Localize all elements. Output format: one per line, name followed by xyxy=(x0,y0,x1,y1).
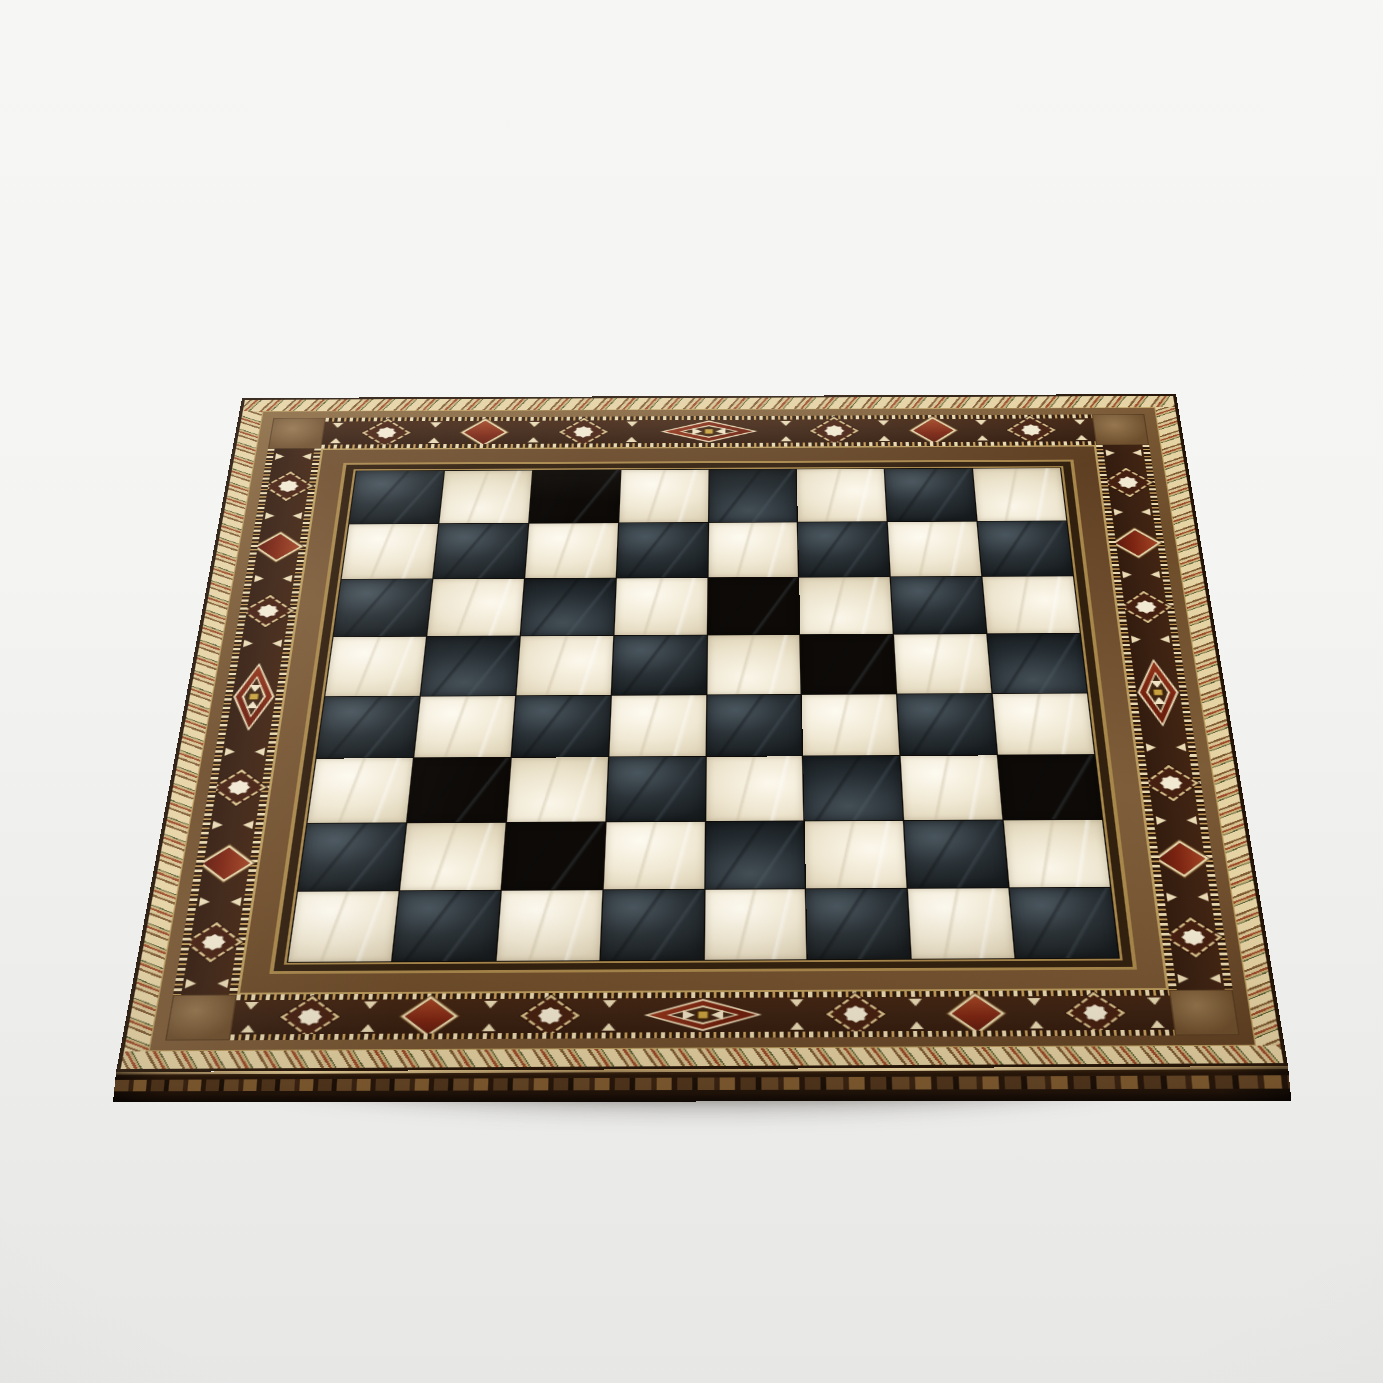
triangle-down-icon xyxy=(780,421,791,426)
pearl-star-icon xyxy=(1123,593,1169,621)
pearl-star-icon xyxy=(1147,768,1196,799)
walnut-corner-top-left xyxy=(268,418,326,449)
triangle-down-icon xyxy=(1028,998,1042,1006)
triangle-down-icon xyxy=(364,1001,378,1009)
square-d2[interactable] xyxy=(603,822,704,889)
square-a2[interactable] xyxy=(298,823,406,890)
triangle-up-icon xyxy=(790,1022,804,1030)
square-h4[interactable] xyxy=(993,693,1094,755)
square-g2[interactable] xyxy=(904,821,1008,888)
triangle-down-icon xyxy=(878,420,889,425)
red-diamond-icon xyxy=(402,999,456,1033)
triangle-pair-inlay xyxy=(1073,419,1089,441)
front-edge-inlay-strip xyxy=(114,1075,1290,1091)
square-e7[interactable] xyxy=(708,522,798,577)
square-c7[interactable] xyxy=(525,523,618,578)
square-a5[interactable] xyxy=(325,636,426,695)
triangle-pair-inlay xyxy=(907,998,925,1030)
triangle-pair-inlay xyxy=(1130,635,1172,644)
pearl-star-icon xyxy=(363,421,408,444)
triangle-down-icon xyxy=(430,422,442,427)
triangle-down-icon xyxy=(230,898,242,907)
triangle-pair-inlay xyxy=(1146,997,1166,1029)
triangle-pair-inlay xyxy=(1104,449,1143,457)
triangle-pair-inlay xyxy=(1176,973,1223,984)
square-g7[interactable] xyxy=(888,522,981,577)
square-e6[interactable] xyxy=(707,577,799,634)
triangle-up-icon xyxy=(185,979,197,988)
triangle-down-icon xyxy=(1150,571,1160,578)
triangle-pair-inlay xyxy=(253,574,294,583)
triangle-up-icon xyxy=(1177,974,1189,983)
triangle-up-icon xyxy=(482,1024,496,1032)
triangle-pair-inlay xyxy=(1165,892,1210,903)
triangle-up-icon xyxy=(1030,1021,1044,1029)
triangle-down-icon xyxy=(1197,893,1209,902)
triangle-down-icon xyxy=(1147,997,1161,1005)
triangle-up-icon xyxy=(199,898,211,907)
square-b5[interactable] xyxy=(421,636,520,695)
triangle-pair-inlay xyxy=(328,422,344,444)
square-f8[interactable] xyxy=(797,469,887,522)
triangle-up-icon xyxy=(429,438,441,443)
square-d4[interactable] xyxy=(609,695,706,757)
triangle-up-icon xyxy=(1146,743,1157,751)
square-b7[interactable] xyxy=(433,524,528,579)
square-h7[interactable] xyxy=(978,521,1073,576)
walnut-corner-top-right xyxy=(1092,414,1149,445)
square-b6[interactable] xyxy=(427,579,524,636)
triangle-pair-inlay xyxy=(1121,570,1162,579)
eye-medallion-icon xyxy=(226,663,281,731)
red-diamond-icon xyxy=(911,419,954,442)
triangle-down-icon xyxy=(332,423,344,428)
pearl-star-icon xyxy=(523,999,576,1033)
square-a7[interactable] xyxy=(342,524,438,579)
pearl-star-icon xyxy=(266,473,311,499)
triangle-pair-inlay xyxy=(211,820,256,830)
checkerboard-inner-frame xyxy=(284,466,1123,964)
square-d6[interactable] xyxy=(614,578,707,635)
triangle-pair-inlay xyxy=(1112,508,1152,516)
pearl-star-icon xyxy=(1106,470,1150,495)
triangle-pair-inlay xyxy=(601,999,618,1031)
triangle-pair-inlay xyxy=(223,747,266,757)
triangle-up-icon xyxy=(626,437,637,442)
chessboard xyxy=(116,394,1288,1072)
square-e4[interactable] xyxy=(706,694,802,756)
square-f1[interactable] xyxy=(807,889,911,959)
square-f7[interactable] xyxy=(798,522,890,577)
square-g1[interactable] xyxy=(908,888,1014,958)
triangle-down-icon xyxy=(483,1001,497,1009)
square-h2[interactable] xyxy=(1004,820,1110,887)
triangle-pair-inlay xyxy=(239,1001,260,1033)
triangle-up-icon xyxy=(212,821,224,829)
square-a6[interactable] xyxy=(334,579,432,636)
triangle-pair-inlay xyxy=(625,421,639,443)
square-c5[interactable] xyxy=(516,636,613,695)
square-d1[interactable] xyxy=(600,890,703,960)
triangle-down-icon xyxy=(627,421,638,426)
triangle-up-icon xyxy=(1131,636,1142,643)
square-f3[interactable] xyxy=(804,756,904,821)
triangle-down-icon xyxy=(242,821,253,829)
red-diamond-icon xyxy=(1157,842,1208,875)
triangle-down-icon xyxy=(1132,450,1142,457)
square-c2[interactable] xyxy=(502,823,605,890)
red-diamond-icon xyxy=(255,534,301,561)
square-h1[interactable] xyxy=(1010,888,1119,958)
triangle-up-icon xyxy=(879,436,890,441)
pearl-star-icon xyxy=(1069,996,1124,1030)
triangle-down-icon xyxy=(1209,974,1221,983)
square-h5[interactable] xyxy=(988,633,1087,692)
square-a1[interactable] xyxy=(288,891,398,962)
square-d8[interactable] xyxy=(619,470,708,523)
red-diamond-icon xyxy=(1114,530,1159,557)
triangle-up-icon xyxy=(1166,893,1178,902)
triangle-down-icon xyxy=(282,575,292,582)
square-e8[interactable] xyxy=(709,469,798,522)
triangle-down-icon xyxy=(217,979,229,988)
square-a3[interactable] xyxy=(308,758,413,823)
triangle-down-icon xyxy=(909,999,923,1007)
square-d3[interactable] xyxy=(606,757,705,822)
square-b3[interactable] xyxy=(407,758,510,823)
triangle-up-icon xyxy=(780,436,791,441)
triangle-pair-inlay xyxy=(480,1000,499,1032)
square-b1[interactable] xyxy=(392,891,500,962)
pearl-star-icon xyxy=(561,420,604,443)
pearl-star-icon xyxy=(1167,920,1219,955)
triangle-down-icon xyxy=(1159,636,1170,643)
square-b2[interactable] xyxy=(400,823,505,890)
pearl-star-icon xyxy=(830,997,882,1031)
checkerboard-grid xyxy=(287,468,1120,963)
triangle-down-icon xyxy=(1175,743,1186,751)
square-a8[interactable] xyxy=(349,471,443,524)
red-diamond-icon xyxy=(201,847,252,880)
eye-medallion-icon xyxy=(1132,659,1185,727)
triangle-pair-inlay xyxy=(360,1000,380,1032)
triangle-up-icon xyxy=(977,435,989,440)
pearl-star-icon xyxy=(1009,418,1053,441)
walnut-corner-bottom-right xyxy=(1169,990,1240,1036)
checkerboard-frame xyxy=(269,460,1137,974)
square-f2[interactable] xyxy=(805,821,907,888)
square-g6[interactable] xyxy=(891,577,986,634)
square-e5[interactable] xyxy=(707,635,801,694)
triangle-pair-inlay xyxy=(183,978,230,989)
triangle-up-icon xyxy=(602,1023,616,1031)
triangle-down-icon xyxy=(302,453,312,460)
triangle-pair-inlay xyxy=(242,639,284,648)
triangle-pair-inlay xyxy=(788,998,805,1030)
triangle-up-icon xyxy=(910,1021,924,1029)
square-g8[interactable] xyxy=(885,469,976,522)
triangle-pair-inlay xyxy=(263,512,303,520)
triangle-down-icon xyxy=(789,999,802,1007)
triangle-pair-inlay xyxy=(975,419,990,441)
triangle-pair-inlay xyxy=(1026,997,1045,1029)
triangle-down-icon xyxy=(1186,816,1197,824)
square-c4[interactable] xyxy=(511,695,610,757)
square-g5[interactable] xyxy=(894,634,991,693)
triangle-down-icon xyxy=(1074,420,1086,425)
triangle-pair-inlay xyxy=(1144,742,1187,752)
square-c8[interactable] xyxy=(529,470,620,523)
triangle-up-icon xyxy=(361,1024,375,1032)
square-e2[interactable] xyxy=(705,822,805,889)
triangle-up-icon xyxy=(224,747,235,755)
triangle-pair-inlay xyxy=(274,452,313,460)
triangle-pair-inlay xyxy=(779,420,793,442)
triangle-down-icon xyxy=(254,747,265,755)
triangle-up-icon xyxy=(1105,450,1115,457)
pearl-star-icon xyxy=(282,1000,337,1035)
triangle-up-icon xyxy=(1114,509,1124,516)
triangle-up-icon xyxy=(241,1025,256,1033)
triangle-down-icon xyxy=(271,640,282,648)
square-h8[interactable] xyxy=(973,468,1066,521)
walnut-corner-bottom-left xyxy=(165,995,237,1041)
triangle-up-icon xyxy=(330,438,342,443)
pearl-star-icon xyxy=(214,772,264,803)
square-h6[interactable] xyxy=(983,576,1080,633)
photo-backdrop xyxy=(0,0,1383,1383)
triangle-up-icon xyxy=(265,513,275,520)
triangle-down-icon xyxy=(292,513,302,520)
triangle-down-icon xyxy=(603,1000,617,1008)
triangle-down-icon xyxy=(976,420,987,425)
square-b8[interactable] xyxy=(439,470,532,523)
square-c3[interactable] xyxy=(507,758,608,823)
triangle-pair-inlay xyxy=(526,421,541,443)
square-b4[interactable] xyxy=(414,696,515,758)
square-a4[interactable] xyxy=(317,696,420,758)
square-f5[interactable] xyxy=(801,634,896,693)
square-e1[interactable] xyxy=(704,889,807,959)
triangle-up-icon xyxy=(527,437,538,442)
triangle-pair-inlay xyxy=(197,897,243,908)
square-f6[interactable] xyxy=(800,577,893,634)
pearl-star-icon xyxy=(813,419,856,442)
triangle-up-icon xyxy=(1122,571,1132,578)
square-c6[interactable] xyxy=(521,578,616,635)
square-g4[interactable] xyxy=(898,694,997,756)
mosaic-band-top xyxy=(321,414,1096,448)
pearl-star-icon xyxy=(244,597,291,625)
mosaic-band-bottom xyxy=(230,990,1175,1040)
triangle-pair-inlay xyxy=(1154,815,1198,825)
eye-medallion-icon xyxy=(643,998,762,1033)
triangle-up-icon xyxy=(1076,435,1088,440)
square-e3[interactable] xyxy=(706,757,804,822)
square-g3[interactable] xyxy=(901,756,1003,821)
triangle-up-icon xyxy=(1150,1020,1164,1028)
triangle-up-icon xyxy=(1156,816,1167,824)
square-c1[interactable] xyxy=(496,890,602,960)
triangle-down-icon xyxy=(1141,509,1151,516)
triangle-pair-inlay xyxy=(877,420,891,442)
board-front-edge xyxy=(113,1066,1291,1102)
square-f4[interactable] xyxy=(802,694,899,756)
triangle-up-icon xyxy=(275,453,285,460)
triangle-up-icon xyxy=(243,640,254,648)
triangle-up-icon xyxy=(254,575,264,582)
square-d5[interactable] xyxy=(612,635,707,694)
pearl-star-icon xyxy=(187,925,240,960)
triangle-pair-inlay xyxy=(427,422,443,444)
red-diamond-icon xyxy=(949,996,1002,1030)
triangle-down-icon xyxy=(244,1002,259,1010)
eye-medallion-icon xyxy=(660,420,757,443)
square-d7[interactable] xyxy=(616,523,707,578)
red-diamond-icon xyxy=(462,421,506,444)
square-h3[interactable] xyxy=(998,755,1102,819)
triangle-down-icon xyxy=(529,422,540,427)
